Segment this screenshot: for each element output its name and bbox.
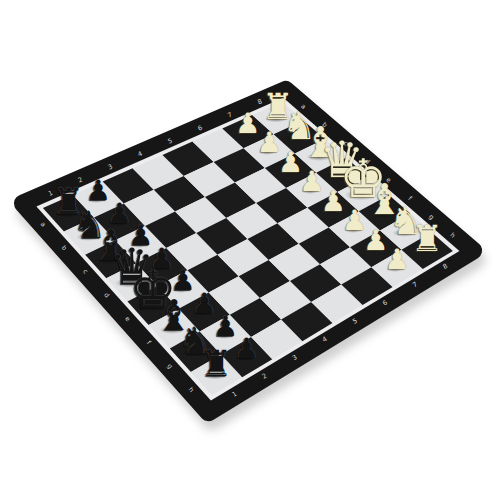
- piece-black-rook[interactable]: ♜: [200, 346, 232, 382]
- piece-white-pawn[interactable]: ♟: [385, 246, 410, 274]
- piece-black-pawn[interactable]: ♟: [234, 335, 259, 363]
- piece-white-rook[interactable]: ♜: [411, 222, 443, 258]
- chess-set-photo: aabbccddeeffgghh1122334455667788 ♜♟♞♟♝♟♛…: [0, 0, 500, 500]
